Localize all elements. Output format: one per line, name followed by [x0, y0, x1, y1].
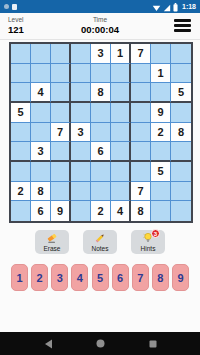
eraser-icon	[46, 232, 58, 244]
cell-r1c7[interactable]: 7	[131, 44, 151, 64]
back-icon	[44, 339, 53, 349]
menu-icon	[174, 19, 191, 22]
notification-app-icon	[12, 4, 17, 10]
cell-r5c4[interactable]: 3	[71, 123, 91, 143]
cell-r3c2[interactable]: 4	[31, 83, 51, 103]
cell-r2c1[interactable]	[11, 64, 31, 84]
cell-r2c7[interactable]	[131, 64, 151, 84]
cell-r4c3[interactable]	[51, 103, 71, 123]
cell-r1c5[interactable]: 3	[91, 44, 111, 64]
cell-r5c3[interactable]: 7	[51, 123, 71, 143]
numpad-key-1[interactable]: 1	[11, 264, 28, 291]
android-nav-bar	[0, 332, 200, 355]
cell-r9c3[interactable]: 9	[51, 201, 71, 221]
cell-r7c9[interactable]	[171, 162, 191, 182]
cell-r9c8[interactable]	[151, 201, 171, 221]
cell-r9c2[interactable]: 6	[31, 201, 51, 221]
cell-r8c5[interactable]	[91, 182, 111, 202]
numpad-key-6[interactable]: 6	[112, 264, 129, 291]
cell-r6c2[interactable]: 3	[31, 142, 51, 162]
numpad-key-8[interactable]: 8	[152, 264, 169, 291]
numpad-key-3[interactable]: 3	[51, 264, 68, 291]
cell-r3c3[interactable]	[51, 83, 71, 103]
cell-r4c6[interactable]	[111, 103, 131, 123]
numpad-key-9[interactable]: 9	[172, 264, 189, 291]
cell-r6c4[interactable]	[71, 142, 91, 162]
cell-r3c7[interactable]	[131, 83, 151, 103]
cell-r2c8[interactable]: 1	[151, 64, 171, 84]
cell-r3c1[interactable]	[11, 83, 31, 103]
sudoku-board: 317148559732836528769248	[9, 42, 193, 223]
toolbar: Erase Notes 3 Hints	[0, 230, 200, 254]
cell-r6c6[interactable]	[111, 142, 131, 162]
cell-r6c7[interactable]	[131, 142, 151, 162]
cell-r1c9[interactable]	[171, 44, 191, 64]
cell-r3c5[interactable]: 8	[91, 83, 111, 103]
numpad-key-4[interactable]: 4	[71, 264, 88, 291]
cell-r8c1[interactable]: 2	[11, 182, 31, 202]
cell-r1c4[interactable]	[71, 44, 91, 64]
header: Level 121 Time 00:00:04	[0, 13, 200, 40]
cell-r7c5[interactable]	[91, 162, 111, 182]
notification-circle-icon	[4, 4, 9, 9]
numpad-key-2[interactable]: 2	[31, 264, 48, 291]
timer-label: Time	[0, 16, 200, 23]
cell-r4c5[interactable]	[91, 103, 111, 123]
home-icon	[96, 339, 105, 348]
cell-r3c8[interactable]	[151, 83, 171, 103]
cell-r8c9[interactable]	[171, 182, 191, 202]
cell-r3c6[interactable]	[111, 83, 131, 103]
erase-button[interactable]: Erase	[35, 230, 69, 254]
cell-r1c2[interactable]	[31, 44, 51, 64]
cell-r7c1[interactable]	[11, 162, 31, 182]
cell-r2c9[interactable]	[171, 64, 191, 84]
cell-r4c1[interactable]: 5	[11, 103, 31, 123]
cell-r4c2[interactable]	[31, 103, 51, 123]
cell-r8c8[interactable]	[151, 182, 171, 202]
cell-r5c5[interactable]	[91, 123, 111, 143]
cell-r2c2[interactable]	[31, 64, 51, 84]
cell-r5c1[interactable]	[11, 123, 31, 143]
cell-r5c9[interactable]: 8	[171, 123, 191, 143]
recents-button[interactable]	[149, 340, 157, 348]
cell-r5c7[interactable]	[131, 123, 151, 143]
cell-r6c1[interactable]	[11, 142, 31, 162]
cell-r1c1[interactable]	[11, 44, 31, 64]
cell-r2c3[interactable]	[51, 64, 71, 84]
home-button[interactable]	[96, 339, 105, 348]
cell-r1c8[interactable]	[151, 44, 171, 64]
cell-r6c5[interactable]: 6	[91, 142, 111, 162]
cell-r2c5[interactable]	[91, 64, 111, 84]
cell-r7c4[interactable]	[71, 162, 91, 182]
hints-badge: 3	[151, 229, 160, 238]
recents-icon	[149, 340, 157, 348]
hints-button[interactable]: 3 Hints	[131, 230, 165, 254]
cell-r7c2[interactable]	[31, 162, 51, 182]
timer-value: 00:00:04	[0, 24, 200, 35]
cell-r3c9[interactable]: 5	[171, 83, 191, 103]
cell-r3c4[interactable]	[71, 83, 91, 103]
timer-block: Time 00:00:04	[0, 16, 200, 35]
cell-r9c6[interactable]: 4	[111, 201, 131, 221]
cell-r7c7[interactable]	[131, 162, 151, 182]
cell-r8c7[interactable]: 7	[131, 182, 151, 202]
status-clock: 1:18	[182, 3, 196, 10]
cell-r4c8[interactable]: 9	[151, 103, 171, 123]
numpad-key-5[interactable]: 5	[92, 264, 109, 291]
pencil-icon	[94, 232, 106, 244]
cell-r9c7[interactable]: 8	[131, 201, 151, 221]
menu-button[interactable]	[174, 19, 191, 32]
cell-r9c5[interactable]: 2	[91, 201, 111, 221]
cell-r8c2[interactable]: 8	[31, 182, 51, 202]
status-bar: 1:18	[0, 0, 200, 13]
back-button[interactable]	[44, 339, 53, 349]
cell-r4c4[interactable]	[71, 103, 91, 123]
cell-r9c4[interactable]	[71, 201, 91, 221]
erase-label: Erase	[44, 245, 61, 252]
cell-r4c9[interactable]	[171, 103, 191, 123]
lightbulb-icon: 3	[142, 232, 154, 244]
cell-r1c3[interactable]	[51, 44, 71, 64]
cell-r9c1[interactable]	[11, 201, 31, 221]
hints-label: Hints	[141, 245, 156, 252]
cell-r7c8[interactable]: 5	[151, 162, 171, 182]
cell-r6c8[interactable]	[151, 142, 171, 162]
cell-r5c6[interactable]	[111, 123, 131, 143]
cell-r6c3[interactable]	[51, 142, 71, 162]
cell-r7c6[interactable]	[111, 162, 131, 182]
cell-r8c3[interactable]	[51, 182, 71, 202]
cell-r4c7[interactable]	[131, 103, 151, 123]
cell-r8c6[interactable]	[111, 182, 131, 202]
cell-r2c6[interactable]	[111, 64, 131, 84]
cell-r8c4[interactable]	[71, 182, 91, 202]
cell-r9c9[interactable]	[171, 201, 191, 221]
notes-label: Notes	[92, 245, 109, 252]
numpad-key-7[interactable]: 7	[132, 264, 149, 291]
cell-r1c6[interactable]: 1	[111, 44, 131, 64]
cell-r2c4[interactable]	[71, 64, 91, 84]
numpad: 1 2 3 4 5 6 7 8 9	[0, 264, 200, 291]
cell-r5c2[interactable]	[31, 123, 51, 143]
cell-r7c3[interactable]	[51, 162, 71, 182]
cell-r6c9[interactable]	[171, 142, 191, 162]
cell-r5c8[interactable]: 2	[151, 123, 171, 143]
notes-button[interactable]: Notes	[83, 230, 117, 254]
